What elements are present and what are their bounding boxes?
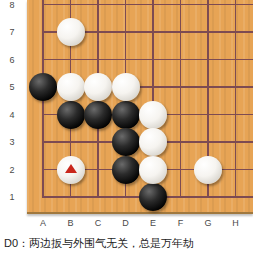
white-stone-E4 <box>139 101 167 129</box>
row-label: 2 <box>0 164 24 176</box>
black-stone-A5 <box>29 73 57 101</box>
column-label: G <box>200 217 216 229</box>
row-label: 6 <box>0 54 24 66</box>
column-label: B <box>63 217 79 229</box>
white-stone-E3 <box>139 128 167 156</box>
black-stone-E1 <box>139 183 167 211</box>
column-label: A <box>35 217 51 229</box>
grid-line-horizontal <box>42 59 253 61</box>
black-stone-D4 <box>112 101 140 129</box>
row-label: 1 <box>0 191 24 203</box>
column-label: D <box>118 217 134 229</box>
row-label: 3 <box>0 136 24 148</box>
triangle-marker <box>65 164 77 173</box>
white-stone-D5 <box>112 73 140 101</box>
grid-line-horizontal <box>42 4 253 6</box>
white-stone-C5 <box>84 73 112 101</box>
row-label: 7 <box>0 26 24 38</box>
column-label: F <box>173 217 189 229</box>
go-diagram: 87654321 ABCDEFGH D0：两边扳与外围气无关，总是万年劫 <box>0 0 253 258</box>
white-stone-G2 <box>194 156 222 184</box>
column-label: E <box>145 217 161 229</box>
black-stone-D2 <box>112 156 140 184</box>
go-board <box>27 0 253 214</box>
row-label: 4 <box>0 109 24 121</box>
row-label: 5 <box>0 81 24 93</box>
white-stone-B2 <box>57 156 85 184</box>
white-stone-E2 <box>139 156 167 184</box>
column-label: C <box>90 217 106 229</box>
white-stone-B5 <box>57 73 85 101</box>
black-stone-D3 <box>112 128 140 156</box>
black-stone-B4 <box>57 101 85 129</box>
diagram-caption: D0：两边扳与外围气无关，总是万年劫 <box>4 236 250 251</box>
row-label: 8 <box>0 0 24 11</box>
white-stone-B7 <box>57 18 85 46</box>
black-stone-C4 <box>84 101 112 129</box>
column-label: H <box>228 217 244 229</box>
